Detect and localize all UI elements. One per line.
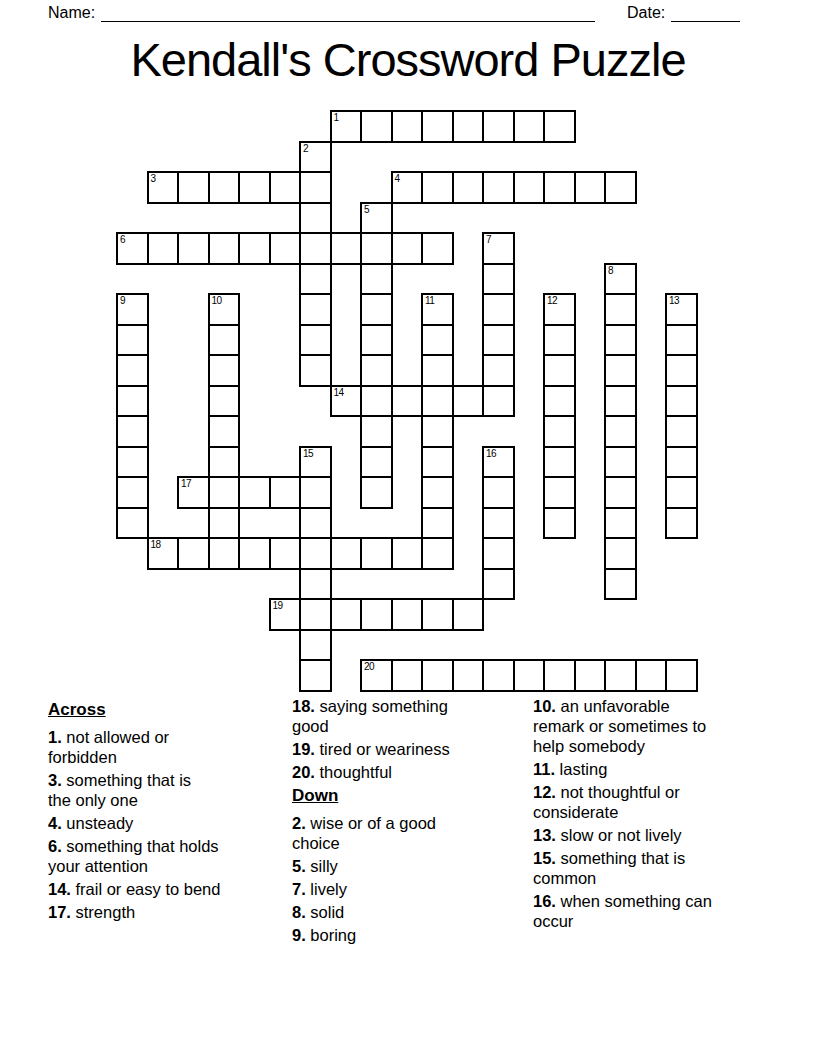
- cell-number-15: 15: [303, 448, 313, 460]
- cell-r13c3[interactable]: [208, 507, 241, 540]
- clue-down-16: 16. when something canoccur: [533, 891, 773, 931]
- cell-r11c16[interactable]: [604, 446, 637, 479]
- cell-r0c7[interactable]: 1: [330, 110, 363, 143]
- cell-r11c8[interactable]: [360, 446, 393, 479]
- cell-r10c14[interactable]: [543, 415, 576, 448]
- cell-r14c16[interactable]: [604, 537, 637, 570]
- cell-r2c16[interactable]: [604, 171, 637, 204]
- cell-r0c8[interactable]: [360, 110, 393, 143]
- clue-number: 7.: [292, 880, 306, 898]
- name-blank-line[interactable]: [101, 4, 595, 22]
- cell-r15c12[interactable]: [482, 568, 515, 601]
- cell-number-10: 10: [212, 295, 222, 307]
- cell-r2c10[interactable]: [421, 171, 454, 204]
- cell-r14c8[interactable]: [360, 537, 393, 570]
- cell-r6c6[interactable]: [299, 293, 332, 326]
- cell-r8c6[interactable]: [299, 354, 332, 387]
- cell-r0c14[interactable]: [543, 110, 576, 143]
- cell-r13c16[interactable]: [604, 507, 637, 540]
- cell-r2c5[interactable]: [269, 171, 302, 204]
- cell-r14c1[interactable]: 18: [147, 537, 180, 570]
- cell-r14c3[interactable]: [208, 537, 241, 570]
- clue-down-5: 5. silly: [292, 856, 530, 876]
- down-header: Down: [292, 786, 530, 806]
- name-label: Name:: [48, 4, 95, 22]
- clue-across-1: 1. not allowed orforbidden: [48, 727, 286, 767]
- cell-r3c8[interactable]: 5: [360, 202, 393, 235]
- clue-number: 19.: [292, 740, 315, 758]
- cell-number-5: 5: [364, 204, 369, 216]
- cell-r6c10[interactable]: 11: [421, 293, 454, 326]
- cell-r11c18[interactable]: [665, 446, 698, 479]
- cell-r5c12[interactable]: [482, 263, 515, 296]
- clue-across-14: 14. frail or easy to bend: [48, 879, 286, 899]
- cell-r0c9[interactable]: [391, 110, 424, 143]
- cell-r7c8[interactable]: [360, 324, 393, 357]
- cell-r0c12[interactable]: [482, 110, 515, 143]
- cell-r12c18[interactable]: [665, 476, 698, 509]
- cell-number-11: 11: [425, 295, 434, 307]
- clue-number: 10.: [533, 697, 556, 715]
- cell-number-8: 8: [608, 265, 613, 277]
- clue-down-12: 12. not thoughtful orconsiderate: [533, 782, 773, 822]
- cell-r7c0[interactable]: [116, 324, 149, 357]
- cell-r0c13[interactable]: [513, 110, 546, 143]
- clue-number: 6.: [48, 837, 62, 855]
- clue-across-20: 20. thoughtful: [292, 762, 530, 782]
- cell-r12c0[interactable]: [116, 476, 149, 509]
- cell-r0c10[interactable]: [421, 110, 454, 143]
- clue-number: 9.: [292, 926, 306, 944]
- clue-number: 15.: [533, 849, 556, 867]
- date-blank-line[interactable]: [671, 4, 740, 22]
- cell-r2c12[interactable]: [482, 171, 515, 204]
- clue-number: 11.: [533, 760, 555, 778]
- cell-r1c6[interactable]: 2: [299, 141, 332, 174]
- clue-number: 2.: [292, 814, 306, 832]
- clue-number: 8.: [292, 903, 306, 921]
- cell-r12c2[interactable]: 17: [177, 476, 210, 509]
- cell-r4c3[interactable]: [208, 232, 241, 265]
- cell-number-12: 12: [547, 295, 557, 307]
- cell-r16c6[interactable]: [299, 598, 332, 631]
- clue-across-18: 18. saying somethinggood: [292, 696, 530, 736]
- cell-r18c8[interactable]: 20: [360, 659, 393, 692]
- clue-down-10: 10. an unfavorableremark or sometimes to…: [533, 696, 773, 756]
- cell-r18c12[interactable]: [482, 659, 515, 692]
- cell-number-14: 14: [334, 387, 344, 399]
- cell-number-19: 19: [273, 600, 283, 612]
- clue-number: 1.: [48, 728, 62, 746]
- cell-r10c3[interactable]: [208, 415, 241, 448]
- cell-r4c6[interactable]: [299, 232, 332, 265]
- clue-across-6: 6. something that holdsyour attention: [48, 836, 286, 876]
- cell-r12c16[interactable]: [604, 476, 637, 509]
- clue-number: 12.: [533, 783, 556, 801]
- cell-r9c12[interactable]: [482, 385, 515, 418]
- cell-r4c7[interactable]: [330, 232, 363, 265]
- cell-r6c3[interactable]: 10: [208, 293, 241, 326]
- cell-r10c8[interactable]: [360, 415, 393, 448]
- date-label: Date:: [627, 4, 665, 22]
- cell-number-13: 13: [669, 295, 679, 307]
- clue-number: 13.: [533, 826, 556, 844]
- cell-r15c6[interactable]: [299, 568, 332, 601]
- cell-r7c18[interactable]: [665, 324, 698, 357]
- cell-r12c5[interactable]: [269, 476, 302, 509]
- cell-r17c6[interactable]: [299, 629, 332, 662]
- cell-r6c8[interactable]: [360, 293, 393, 326]
- cell-r13c14[interactable]: [543, 507, 576, 540]
- cell-r9c9[interactable]: [391, 385, 424, 418]
- cell-r12c8[interactable]: [360, 476, 393, 509]
- cell-r2c3[interactable]: [208, 171, 241, 204]
- cell-r8c12[interactable]: [482, 354, 515, 387]
- cell-r8c14[interactable]: [543, 354, 576, 387]
- cell-r2c13[interactable]: [513, 171, 546, 204]
- cell-r12c10[interactable]: [421, 476, 454, 509]
- cell-r10c10[interactable]: [421, 415, 454, 448]
- cell-r8c3[interactable]: [208, 354, 241, 387]
- cell-r16c10[interactable]: [421, 598, 454, 631]
- cell-r8c18[interactable]: [665, 354, 698, 387]
- cell-r4c10[interactable]: [421, 232, 454, 265]
- cell-r13c0[interactable]: [116, 507, 149, 540]
- clue-number: 3.: [48, 771, 62, 789]
- cell-r16c11[interactable]: [452, 598, 485, 631]
- clue-column-right: 10. an unfavorableremark or sometimes to…: [533, 696, 773, 934]
- cell-number-16: 16: [486, 448, 496, 460]
- cell-r9c16[interactable]: [604, 385, 637, 418]
- clue-number: 17.: [48, 903, 71, 921]
- cell-number-4: 4: [395, 173, 400, 185]
- cell-r8c0[interactable]: [116, 354, 149, 387]
- cell-r9c11[interactable]: [452, 385, 485, 418]
- clue-down-9: 9. boring: [292, 925, 530, 945]
- clue-number: 16.: [533, 892, 556, 910]
- cell-r14c4[interactable]: [238, 537, 271, 570]
- cell-r11c10[interactable]: [421, 446, 454, 479]
- cell-number-2: 2: [303, 143, 308, 155]
- puzzle-title: Kendall's Crossword Puzzle: [0, 30, 816, 90]
- clue-number: 4.: [48, 814, 62, 832]
- cell-r11c12[interactable]: 16: [482, 446, 515, 479]
- clue-across-4: 4. unsteady: [48, 813, 286, 833]
- cell-r11c14[interactable]: [543, 446, 576, 479]
- cell-r9c18[interactable]: [665, 385, 698, 418]
- cell-r4c5[interactable]: [269, 232, 302, 265]
- cell-r9c3[interactable]: [208, 385, 241, 418]
- cell-r14c5[interactable]: [269, 537, 302, 570]
- clue-down-2: 2. wise or of a goodchoice: [292, 813, 530, 853]
- cell-r5c6[interactable]: [299, 263, 332, 296]
- cell-r9c7[interactable]: 14: [330, 385, 363, 418]
- clue-number: 5.: [292, 857, 306, 875]
- cell-r6c14[interactable]: 12: [543, 293, 576, 326]
- across-header: Across: [48, 700, 286, 720]
- cell-r4c4[interactable]: [238, 232, 271, 265]
- cell-r18c17[interactable]: [635, 659, 668, 692]
- cell-r0c11[interactable]: [452, 110, 485, 143]
- cell-number-7: 7: [486, 234, 491, 246]
- crossword-grid: 1234567891011121314151617181920: [116, 110, 698, 692]
- cell-r13c10[interactable]: [421, 507, 454, 540]
- cell-r3c6[interactable]: [299, 202, 332, 235]
- cell-r12c3[interactable]: [208, 476, 241, 509]
- cell-r14c7[interactable]: [330, 537, 363, 570]
- cell-r18c9[interactable]: [391, 659, 424, 692]
- clue-number: 18.: [292, 697, 315, 715]
- cell-r2c11[interactable]: [452, 171, 485, 204]
- cell-r4c8[interactable]: [360, 232, 393, 265]
- cell-r2c6[interactable]: [299, 171, 332, 204]
- cell-r2c1[interactable]: 3: [147, 171, 180, 204]
- cell-r11c3[interactable]: [208, 446, 241, 479]
- cell-number-18: 18: [151, 539, 161, 551]
- clue-column-middle: 18. saying somethinggood19. tired or wea…: [292, 696, 530, 948]
- cell-r11c6[interactable]: 15: [299, 446, 332, 479]
- cell-r4c1[interactable]: [147, 232, 180, 265]
- cell-r2c14[interactable]: [543, 171, 576, 204]
- cell-r6c18[interactable]: 13: [665, 293, 698, 326]
- cell-r2c9[interactable]: 4: [391, 171, 424, 204]
- cell-r10c0[interactable]: [116, 415, 149, 448]
- cell-r10c18[interactable]: [665, 415, 698, 448]
- cell-r18c14[interactable]: [543, 659, 576, 692]
- cell-r10c16[interactable]: [604, 415, 637, 448]
- clue-number: 14.: [48, 880, 71, 898]
- cell-r18c15[interactable]: [574, 659, 607, 692]
- cell-r8c10[interactable]: [421, 354, 454, 387]
- cell-r18c10[interactable]: [421, 659, 454, 692]
- cell-number-6: 6: [120, 234, 125, 246]
- clue-across-17: 17. strength: [48, 902, 286, 922]
- cell-r13c18[interactable]: [665, 507, 698, 540]
- clue-column-left: Across1. not allowed orforbidden3. somet…: [48, 696, 286, 925]
- cell-r18c6[interactable]: [299, 659, 332, 692]
- cell-r6c0[interactable]: 9: [116, 293, 149, 326]
- cell-r8c8[interactable]: [360, 354, 393, 387]
- cell-r12c4[interactable]: [238, 476, 271, 509]
- cell-r12c6[interactable]: [299, 476, 332, 509]
- cell-number-3: 3: [151, 173, 156, 185]
- cell-r4c9[interactable]: [391, 232, 424, 265]
- cell-r18c16[interactable]: [604, 659, 637, 692]
- clue-down-8: 8. solid: [292, 902, 530, 922]
- cell-r16c9[interactable]: [391, 598, 424, 631]
- cell-number-9: 9: [120, 295, 125, 307]
- cell-r2c15[interactable]: [574, 171, 607, 204]
- cell-r7c16[interactable]: [604, 324, 637, 357]
- cell-r15c16[interactable]: [604, 568, 637, 601]
- cell-number-1: 1: [334, 112, 339, 124]
- cell-r5c8[interactable]: [360, 263, 393, 296]
- cell-r14c12[interactable]: [482, 537, 515, 570]
- clue-down-13: 13. slow or not lively: [533, 825, 773, 845]
- cell-r9c8[interactable]: [360, 385, 393, 418]
- cell-r7c12[interactable]: [482, 324, 515, 357]
- cell-r14c9[interactable]: [391, 537, 424, 570]
- cell-r14c10[interactable]: [421, 537, 454, 570]
- clue-down-15: 15. something that iscommon: [533, 848, 773, 888]
- clue-across-3: 3. something that isthe only one: [48, 770, 286, 810]
- cell-r9c14[interactable]: [543, 385, 576, 418]
- cell-r18c18[interactable]: [665, 659, 698, 692]
- cell-r4c0[interactable]: 6: [116, 232, 149, 265]
- clue-number: 20.: [292, 763, 315, 781]
- cell-r16c5[interactable]: 19: [269, 598, 302, 631]
- cell-r7c3[interactable]: [208, 324, 241, 357]
- cell-r18c11[interactable]: [452, 659, 485, 692]
- cell-r6c16[interactable]: [604, 293, 637, 326]
- clue-down-11: 11. lasting: [533, 759, 773, 779]
- cell-r12c14[interactable]: [543, 476, 576, 509]
- cell-r9c0[interactable]: [116, 385, 149, 418]
- cell-r5c16[interactable]: 8: [604, 263, 637, 296]
- cell-r4c2[interactable]: [177, 232, 210, 265]
- cell-number-20: 20: [364, 661, 374, 673]
- cell-r11c0[interactable]: [116, 446, 149, 479]
- clue-across-19: 19. tired or weariness: [292, 739, 530, 759]
- cell-r7c10[interactable]: [421, 324, 454, 357]
- cell-r16c8[interactable]: [360, 598, 393, 631]
- cell-r13c12[interactable]: [482, 507, 515, 540]
- cell-r4c12[interactable]: 7: [482, 232, 515, 265]
- cell-number-17: 17: [181, 478, 191, 490]
- cell-r7c14[interactable]: [543, 324, 576, 357]
- cell-r7c6[interactable]: [299, 324, 332, 357]
- cell-r18c13[interactable]: [513, 659, 546, 692]
- cell-r8c16[interactable]: [604, 354, 637, 387]
- cell-r14c6[interactable]: [299, 537, 332, 570]
- cell-r2c2[interactable]: [177, 171, 210, 204]
- cell-r13c6[interactable]: [299, 507, 332, 540]
- cell-r2c4[interactable]: [238, 171, 271, 204]
- cell-r16c7[interactable]: [330, 598, 363, 631]
- cell-r6c12[interactable]: [482, 293, 515, 326]
- cell-r14c2[interactable]: [177, 537, 210, 570]
- clue-down-7: 7. lively: [292, 879, 530, 899]
- cell-r12c12[interactable]: [482, 476, 515, 509]
- cell-r9c10[interactable]: [421, 385, 454, 418]
